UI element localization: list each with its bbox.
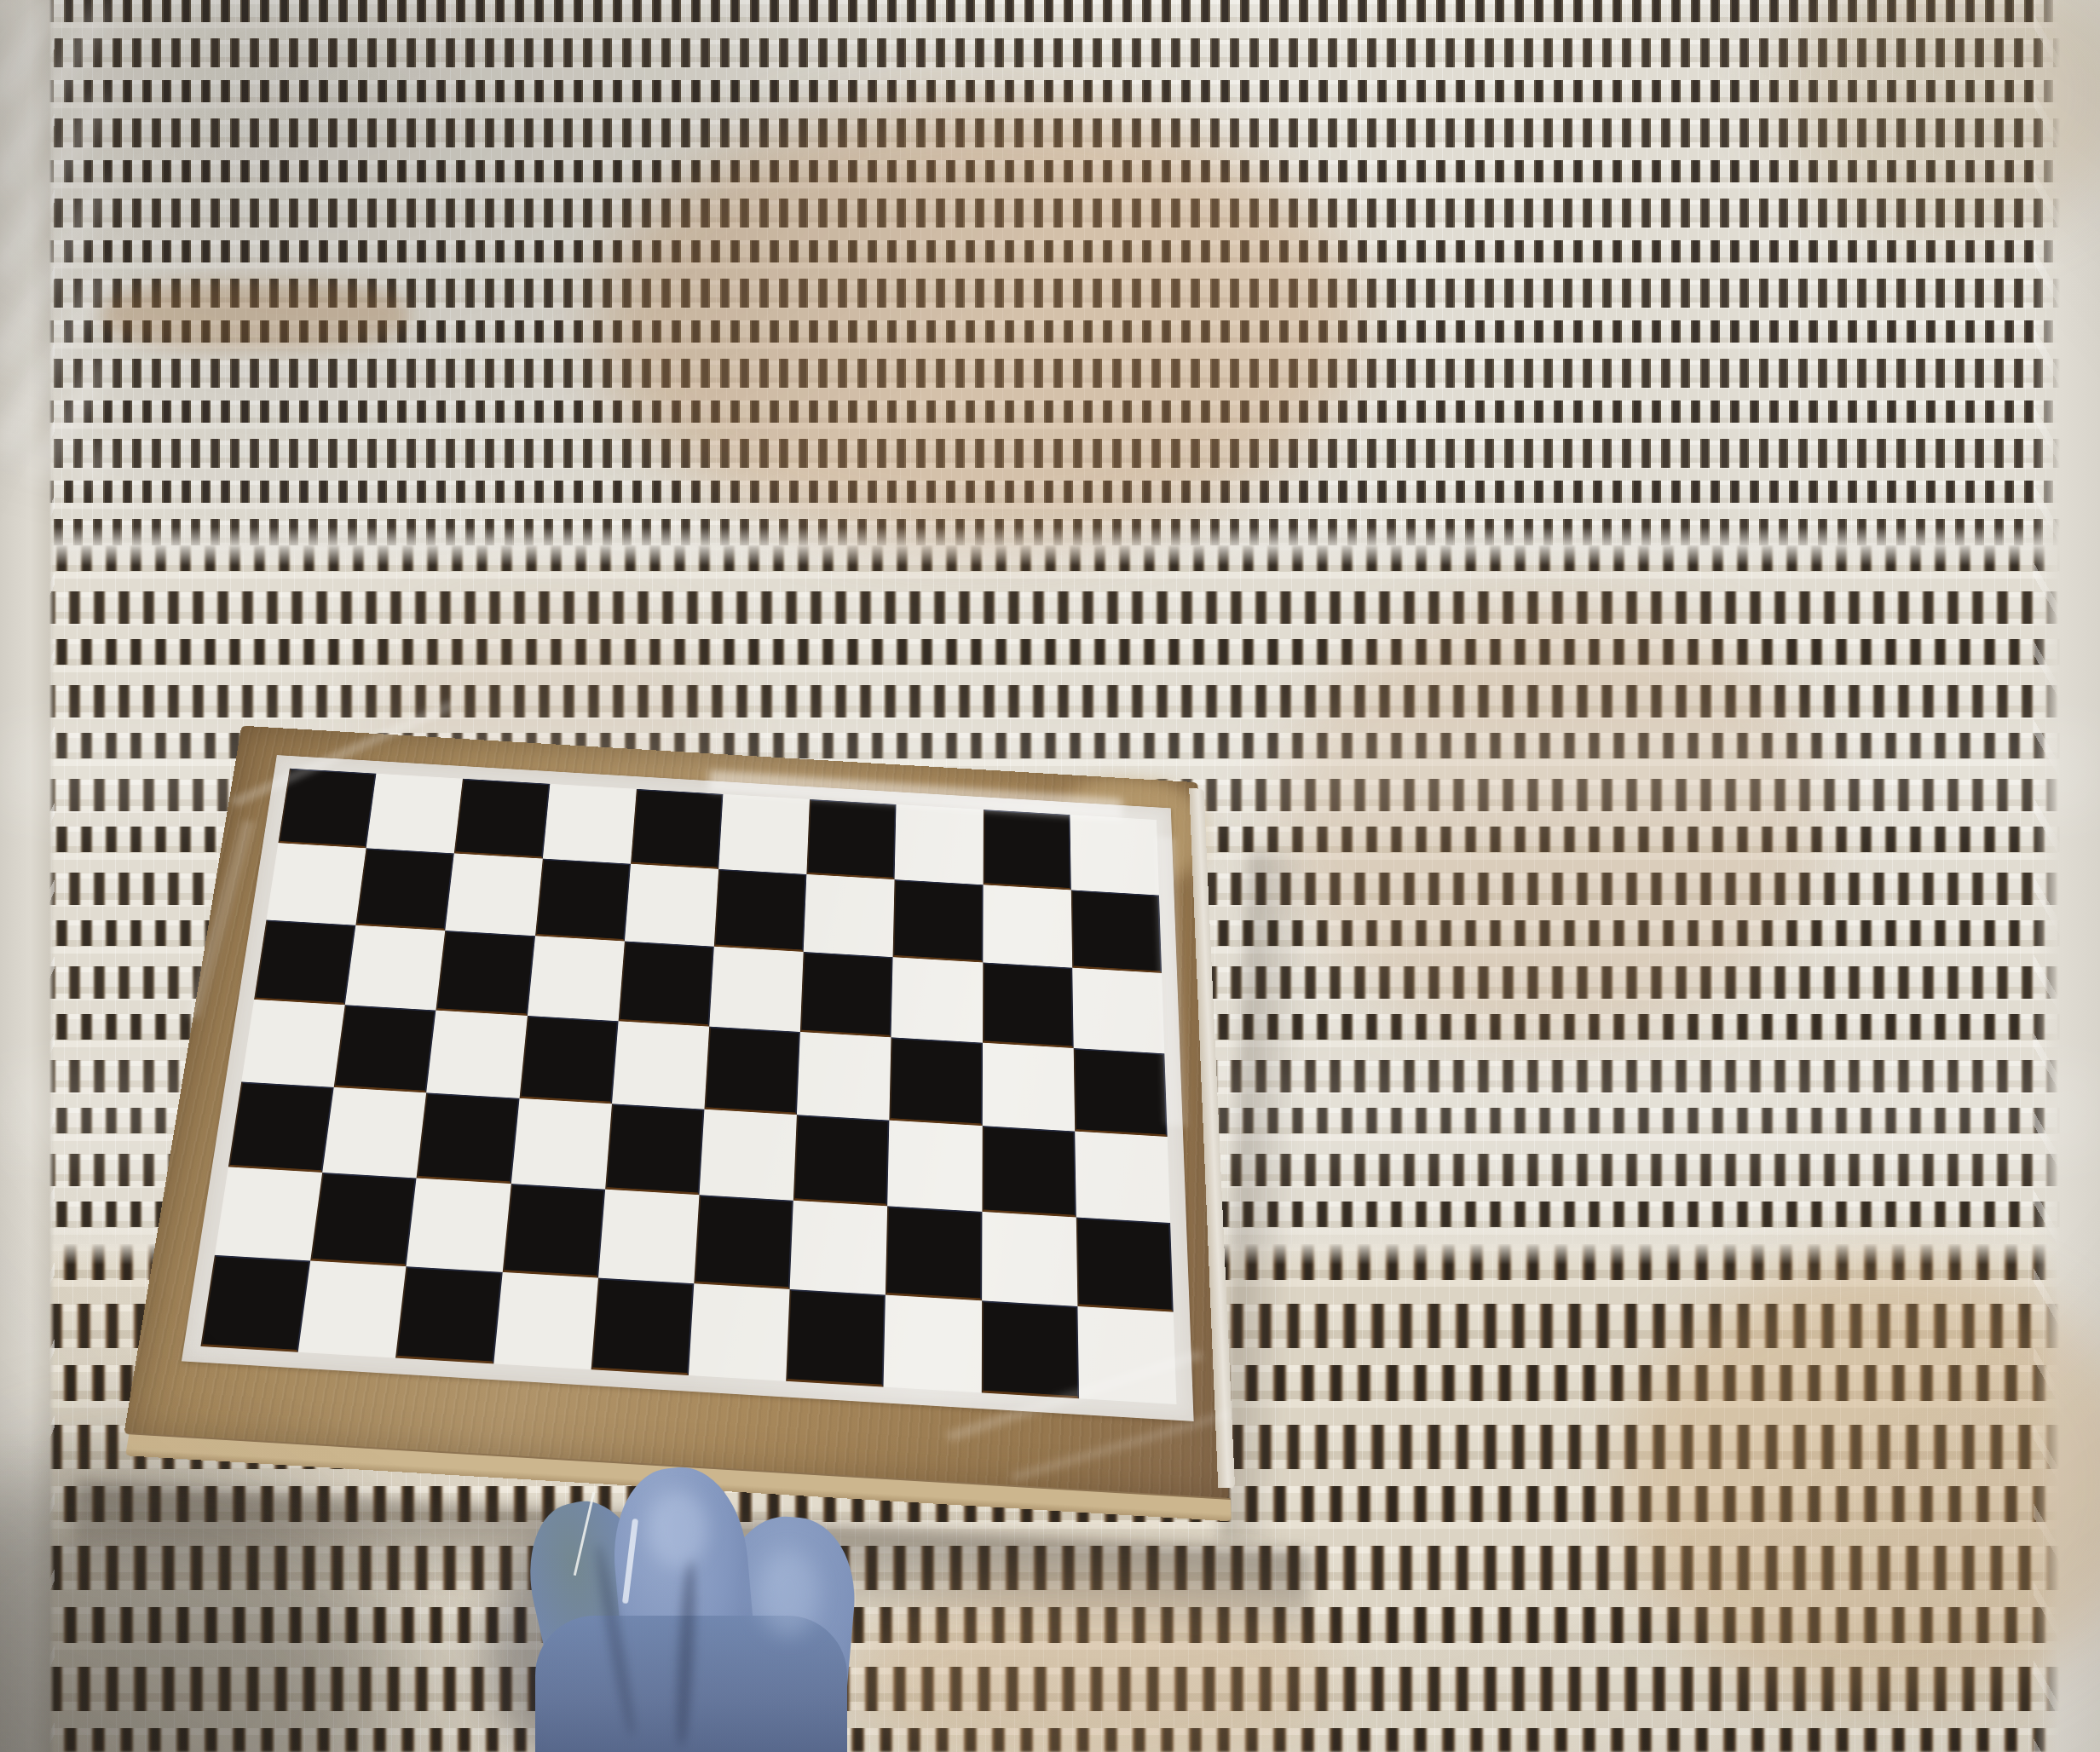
square-r2c5 [625,864,718,947]
square-r5c3 [417,1092,519,1184]
mesh-slot-rows-b [0,0,2100,545]
square-r2c8 [893,879,983,962]
glove-knuckle-highlight [648,1491,707,1568]
square-r1c4 [542,784,636,864]
square-r2c3 [446,853,543,936]
square-r4c9 [982,1043,1075,1132]
square-r6c1 [215,1167,322,1260]
square-r1c10 [1070,815,1159,895]
square-r5c7 [793,1115,890,1206]
square-r1c6 [718,794,810,874]
square-r5c2 [322,1087,426,1179]
square-r3c7 [800,952,893,1037]
square-r7c3 [395,1266,502,1363]
square-r3c10 [1072,968,1164,1054]
square-r2c10 [1071,890,1162,973]
square-r6c2 [310,1173,417,1266]
square-r4c1 [241,1000,345,1087]
checkerboard-grid [200,769,1176,1404]
mesh-blend-seam [0,527,2100,566]
calibration-photo-scene [0,0,2100,1752]
square-r2c2 [356,848,455,931]
square-r7c9 [981,1300,1079,1398]
square-r7c7 [786,1289,886,1387]
square-r2c7 [804,874,895,957]
square-r7c8 [884,1295,982,1393]
square-r3c2 [345,925,446,1011]
square-r1c9 [983,810,1070,890]
square-r7c4 [493,1272,598,1369]
square-r6c5 [598,1190,700,1284]
square-r7c5 [591,1278,694,1375]
belt-left-edge-highlight [0,0,102,477]
square-r2c6 [714,869,807,952]
square-r6c7 [790,1201,888,1295]
square-r3c4 [528,936,625,1021]
glove-knuckle-highlight [759,1551,818,1636]
blue-nitrile-glove-hand [511,1440,878,1752]
belt-right-edge [2034,0,2100,1752]
square-r5c5 [605,1104,704,1195]
square-r4c5 [612,1021,709,1109]
square-r3c6 [709,947,804,1032]
square-r7c6 [689,1283,790,1381]
square-r4c6 [704,1027,800,1115]
square-r6c3 [407,1179,511,1272]
square-r2c1 [267,843,366,925]
square-r6c4 [502,1184,605,1277]
conveyor-mesh-top [0,0,2100,545]
square-r4c7 [797,1032,891,1121]
square-r5c9 [982,1126,1076,1217]
square-r3c9 [983,962,1074,1048]
square-r2c9 [983,885,1072,967]
square-r5c4 [511,1098,611,1190]
square-r4c8 [890,1037,983,1126]
square-r3c3 [436,931,535,1016]
square-r6c6 [694,1195,793,1289]
square-r7c1 [200,1255,310,1352]
square-r1c3 [454,779,550,859]
square-r2c4 [535,859,631,942]
square-r1c8 [895,804,984,885]
square-r1c5 [631,789,724,869]
square-r3c1 [254,920,355,1006]
square-r1c2 [366,774,464,854]
square-r3c8 [891,957,983,1042]
square-r4c3 [427,1011,528,1098]
checkerboard-paper-sticker [182,755,1194,1421]
square-r7c2 [298,1261,407,1358]
square-r4c4 [519,1016,618,1104]
square-r4c10 [1073,1048,1167,1137]
square-r6c10 [1076,1217,1174,1311]
square-r3c5 [618,941,713,1026]
square-r5c10 [1075,1132,1170,1223]
square-r4c2 [334,1005,436,1092]
square-r5c1 [228,1081,334,1172]
calibration-board [120,726,1243,1523]
square-r5c6 [699,1109,797,1201]
square-r5c8 [888,1121,983,1212]
square-r6c9 [982,1212,1077,1306]
square-r1c7 [807,799,897,879]
square-r6c8 [886,1206,982,1300]
